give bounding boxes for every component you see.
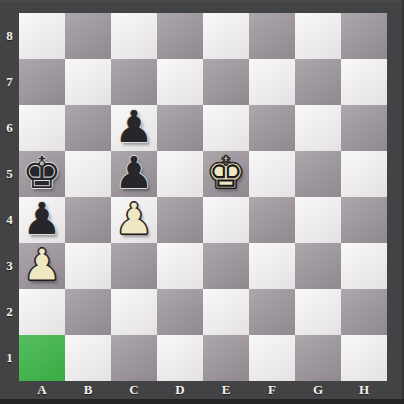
square-g8[interactable]	[295, 13, 341, 59]
square-e5[interactable]: ♚	[203, 151, 249, 197]
piece-black-pawn-c6[interactable]: ♟	[114, 105, 153, 149]
file-label-d: D	[157, 381, 203, 399]
square-a3[interactable]: ♟	[19, 243, 65, 289]
square-g2[interactable]	[295, 289, 341, 335]
square-a4[interactable]: ♟	[19, 197, 65, 243]
file-labels: ABCDEFGH	[19, 381, 387, 399]
rank-label-1: 1	[0, 335, 19, 381]
square-h5[interactable]	[341, 151, 387, 197]
file-label-h: H	[341, 381, 387, 399]
square-c8[interactable]	[111, 13, 157, 59]
square-h4[interactable]	[341, 197, 387, 243]
square-h3[interactable]	[341, 243, 387, 289]
square-a2[interactable]	[19, 289, 65, 335]
rank-label-4: 4	[0, 197, 19, 243]
square-c4[interactable]: ♟	[111, 197, 157, 243]
square-b5[interactable]	[65, 151, 111, 197]
chess-board-frame: 87654321 ♟♚♟♚♟♟♟ ABCDEFGH	[0, 0, 404, 404]
square-a1[interactable]	[19, 335, 65, 381]
file-label-e: E	[203, 381, 249, 399]
square-c6[interactable]: ♟	[111, 105, 157, 151]
piece-black-king-a5[interactable]: ♚	[22, 151, 61, 195]
square-b8[interactable]	[65, 13, 111, 59]
square-d4[interactable]	[157, 197, 203, 243]
square-e1[interactable]	[203, 335, 249, 381]
square-f1[interactable]	[249, 335, 295, 381]
square-b3[interactable]	[65, 243, 111, 289]
square-b4[interactable]	[65, 197, 111, 243]
square-b1[interactable]	[65, 335, 111, 381]
square-f7[interactable]	[249, 59, 295, 105]
chess-board[interactable]: ♟♚♟♚♟♟♟	[19, 13, 387, 381]
square-f4[interactable]	[249, 197, 295, 243]
square-d2[interactable]	[157, 289, 203, 335]
square-c2[interactable]	[111, 289, 157, 335]
piece-white-pawn-a3[interactable]: ♟	[22, 243, 61, 287]
square-h7[interactable]	[341, 59, 387, 105]
square-f5[interactable]	[249, 151, 295, 197]
square-c7[interactable]	[111, 59, 157, 105]
square-a7[interactable]	[19, 59, 65, 105]
square-c1[interactable]	[111, 335, 157, 381]
square-b2[interactable]	[65, 289, 111, 335]
square-c3[interactable]	[111, 243, 157, 289]
file-label-c: C	[111, 381, 157, 399]
file-label-f: F	[249, 381, 295, 399]
rank-labels: 87654321	[0, 13, 19, 381]
square-e3[interactable]	[203, 243, 249, 289]
square-g7[interactable]	[295, 59, 341, 105]
rank-label-8: 8	[0, 13, 19, 59]
rank-label-7: 7	[0, 59, 19, 105]
file-label-b: B	[65, 381, 111, 399]
file-label-g: G	[295, 381, 341, 399]
rank-label-3: 3	[0, 243, 19, 289]
square-d3[interactable]	[157, 243, 203, 289]
piece-black-pawn-a4[interactable]: ♟	[22, 197, 61, 241]
square-e4[interactable]	[203, 197, 249, 243]
square-a8[interactable]	[19, 13, 65, 59]
rank-label-6: 6	[0, 105, 19, 151]
square-h8[interactable]	[341, 13, 387, 59]
file-label-a: A	[19, 381, 65, 399]
piece-white-pawn-c4[interactable]: ♟	[114, 197, 153, 241]
piece-white-king-e5[interactable]: ♚	[206, 151, 245, 195]
square-b6[interactable]	[65, 105, 111, 151]
square-a6[interactable]	[19, 105, 65, 151]
piece-black-pawn-c5[interactable]: ♟	[114, 151, 153, 195]
square-d5[interactable]	[157, 151, 203, 197]
square-e6[interactable]	[203, 105, 249, 151]
square-g1[interactable]	[295, 335, 341, 381]
rank-label-5: 5	[0, 151, 19, 197]
square-d6[interactable]	[157, 105, 203, 151]
square-g4[interactable]	[295, 197, 341, 243]
square-g5[interactable]	[295, 151, 341, 197]
square-f8[interactable]	[249, 13, 295, 59]
square-e8[interactable]	[203, 13, 249, 59]
rank-label-2: 2	[0, 289, 19, 335]
square-e2[interactable]	[203, 289, 249, 335]
square-h2[interactable]	[341, 289, 387, 335]
square-h6[interactable]	[341, 105, 387, 151]
square-d1[interactable]	[157, 335, 203, 381]
square-g6[interactable]	[295, 105, 341, 151]
square-f6[interactable]	[249, 105, 295, 151]
square-f2[interactable]	[249, 289, 295, 335]
square-e7[interactable]	[203, 59, 249, 105]
square-h1[interactable]	[341, 335, 387, 381]
square-d7[interactable]	[157, 59, 203, 105]
square-a5[interactable]: ♚	[19, 151, 65, 197]
square-b7[interactable]	[65, 59, 111, 105]
square-c5[interactable]: ♟	[111, 151, 157, 197]
square-g3[interactable]	[295, 243, 341, 289]
square-d8[interactable]	[157, 13, 203, 59]
square-f3[interactable]	[249, 243, 295, 289]
